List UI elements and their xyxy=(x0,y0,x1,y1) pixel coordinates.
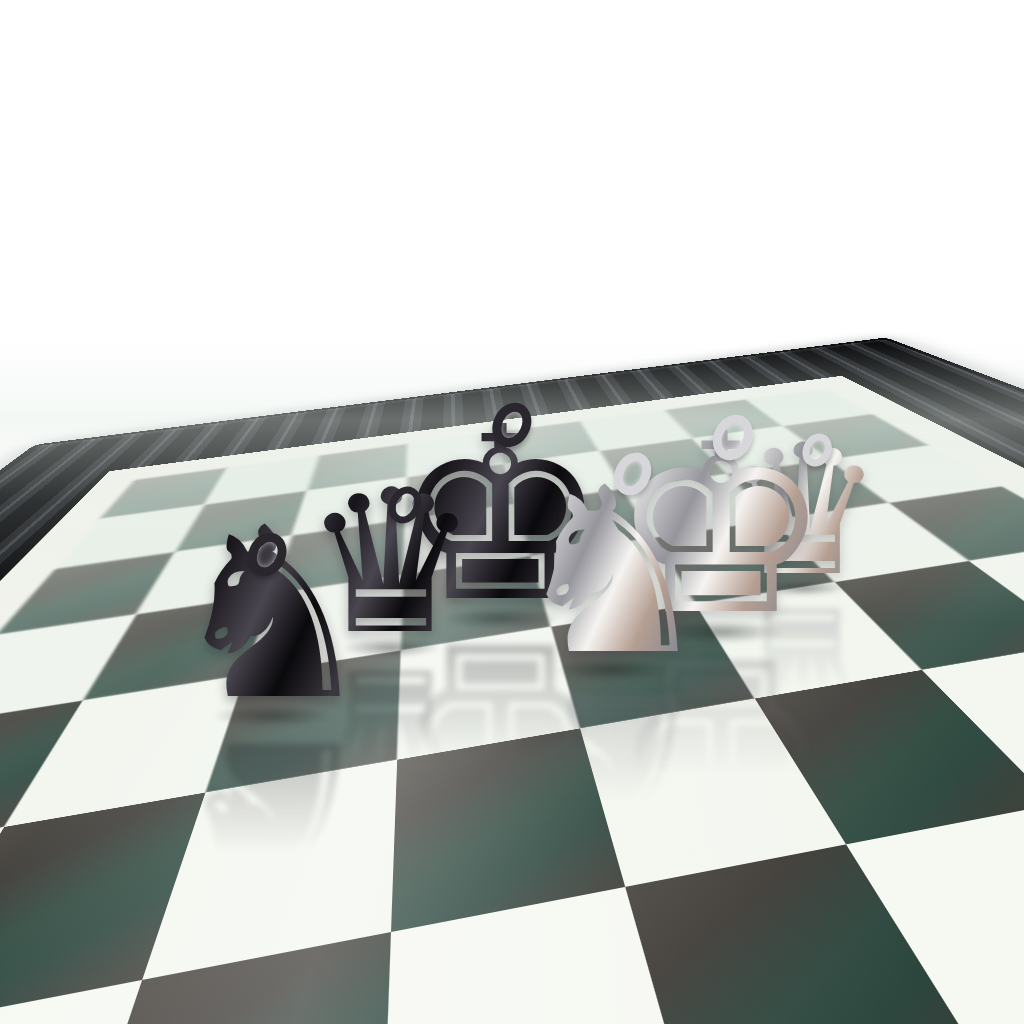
pieces-layer: ♞♞♛♛♚♚♞♞♚♚♛♛ xyxy=(0,0,1024,1024)
scene: ♞♞♛♛♚♚♞♞♚♚♛♛ xyxy=(0,0,1024,1024)
piece-glyph: ♞ xyxy=(509,457,714,686)
